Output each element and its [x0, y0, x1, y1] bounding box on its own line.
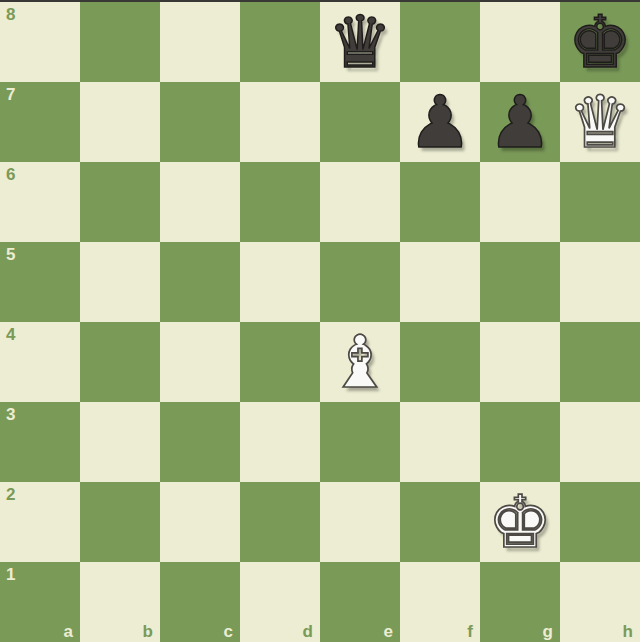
piece-white-bishop[interactable]: ♝ [320, 322, 400, 402]
piece-white-queen[interactable]: ♛ [560, 82, 640, 162]
square-e4[interactable]: ♝ [320, 322, 400, 402]
square-b6[interactable] [80, 162, 160, 242]
square-g7[interactable]: ♟ [480, 82, 560, 162]
square-c5[interactable] [160, 242, 240, 322]
square-d2[interactable] [240, 482, 320, 562]
piece-black-queen[interactable]: ♛ [320, 2, 400, 82]
square-f7[interactable]: ♟ [400, 82, 480, 162]
rank-label-1: 1 [6, 566, 15, 583]
square-d8[interactable] [240, 2, 320, 82]
square-d3[interactable] [240, 402, 320, 482]
square-c7[interactable] [160, 82, 240, 162]
square-c8[interactable] [160, 2, 240, 82]
square-b7[interactable] [80, 82, 160, 162]
square-c6[interactable] [160, 162, 240, 242]
square-b8[interactable] [80, 2, 160, 82]
square-f2[interactable] [400, 482, 480, 562]
square-h8[interactable]: ♚ [560, 2, 640, 82]
rank-label-3: 3 [6, 406, 15, 423]
square-e1[interactable]: e [320, 562, 400, 642]
square-b5[interactable] [80, 242, 160, 322]
square-g6[interactable] [480, 162, 560, 242]
square-e3[interactable] [320, 402, 400, 482]
square-f1[interactable]: f [400, 562, 480, 642]
file-label-g: g [543, 623, 553, 640]
square-f5[interactable] [400, 242, 480, 322]
square-c1[interactable]: c [160, 562, 240, 642]
rank-label-6: 6 [6, 166, 15, 183]
square-g1[interactable]: g [480, 562, 560, 642]
rank-label-8: 8 [6, 6, 15, 23]
square-g3[interactable] [480, 402, 560, 482]
square-f4[interactable] [400, 322, 480, 402]
file-label-d: d [303, 623, 313, 640]
square-h2[interactable] [560, 482, 640, 562]
square-a3[interactable]: 3 [0, 402, 80, 482]
rank-label-5: 5 [6, 246, 15, 263]
square-b1[interactable]: b [80, 562, 160, 642]
piece-black-king[interactable]: ♚ [560, 2, 640, 82]
square-f6[interactable] [400, 162, 480, 242]
file-label-f: f [467, 623, 473, 640]
square-d1[interactable]: d [240, 562, 320, 642]
file-label-h: h [623, 623, 633, 640]
square-d4[interactable] [240, 322, 320, 402]
square-e2[interactable] [320, 482, 400, 562]
square-g5[interactable] [480, 242, 560, 322]
square-b4[interactable] [80, 322, 160, 402]
square-f8[interactable] [400, 2, 480, 82]
rank-label-7: 7 [6, 86, 15, 103]
square-h3[interactable] [560, 402, 640, 482]
square-h5[interactable] [560, 242, 640, 322]
square-d6[interactable] [240, 162, 320, 242]
file-label-b: b [143, 623, 153, 640]
piece-black-pawn[interactable]: ♟ [480, 82, 560, 162]
chess-board[interactable]: 8♛♚7♟♟♛654♝32♚1abcdefgh [0, 2, 640, 642]
square-a4[interactable]: 4 [0, 322, 80, 402]
square-b2[interactable] [80, 482, 160, 562]
file-label-c: c [224, 623, 233, 640]
square-h7[interactable]: ♛ [560, 82, 640, 162]
square-h6[interactable] [560, 162, 640, 242]
square-h4[interactable] [560, 322, 640, 402]
square-e6[interactable] [320, 162, 400, 242]
piece-black-pawn[interactable]: ♟ [400, 82, 480, 162]
square-g8[interactable] [480, 2, 560, 82]
square-a1[interactable]: 1a [0, 562, 80, 642]
square-b3[interactable] [80, 402, 160, 482]
square-f3[interactable] [400, 402, 480, 482]
rank-label-2: 2 [6, 486, 15, 503]
square-g2[interactable]: ♚ [480, 482, 560, 562]
square-a2[interactable]: 2 [0, 482, 80, 562]
chess-app-window: 8♛♚7♟♟♛654♝32♚1abcdefgh [0, 0, 640, 642]
square-e8[interactable]: ♛ [320, 2, 400, 82]
square-e5[interactable] [320, 242, 400, 322]
piece-white-king[interactable]: ♚ [480, 482, 560, 562]
square-d5[interactable] [240, 242, 320, 322]
square-e7[interactable] [320, 82, 400, 162]
square-a7[interactable]: 7 [0, 82, 80, 162]
square-g4[interactable] [480, 322, 560, 402]
square-d7[interactable] [240, 82, 320, 162]
square-a8[interactable]: 8 [0, 2, 80, 82]
square-c2[interactable] [160, 482, 240, 562]
square-c4[interactable] [160, 322, 240, 402]
square-a5[interactable]: 5 [0, 242, 80, 322]
square-c3[interactable] [160, 402, 240, 482]
file-label-a: a [64, 623, 73, 640]
rank-label-4: 4 [6, 326, 15, 343]
square-h1[interactable]: h [560, 562, 640, 642]
file-label-e: e [384, 623, 393, 640]
square-a6[interactable]: 6 [0, 162, 80, 242]
